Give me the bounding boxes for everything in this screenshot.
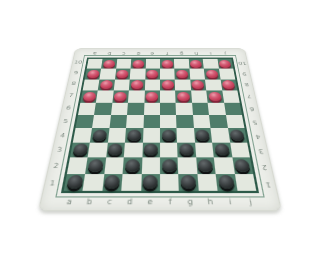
board-square[interactable]	[203, 59, 219, 69]
board-square[interactable]	[160, 79, 175, 90]
red-piece[interactable]	[131, 80, 144, 89]
board-square[interactable]	[177, 128, 195, 142]
black-piece[interactable]	[230, 130, 246, 141]
coordinate-label: 7	[68, 93, 73, 98]
coordinate-label: b	[107, 51, 111, 55]
black-piece[interactable]	[162, 130, 176, 141]
board-square[interactable]	[102, 173, 123, 190]
board-square[interactable]	[128, 90, 144, 102]
board-square[interactable]	[86, 157, 106, 173]
board-square[interactable]	[75, 115, 94, 128]
board-square[interactable]	[83, 79, 100, 90]
board-square[interactable]	[179, 173, 199, 190]
coordinate-label: i	[229, 198, 232, 206]
coordinate-label: 3	[56, 147, 62, 153]
board-square[interactable]	[178, 157, 197, 173]
board-square[interactable]	[100, 69, 116, 80]
board-square[interactable]	[143, 128, 160, 142]
coordinate-label: g	[187, 198, 193, 206]
coordinate-label: c	[122, 51, 126, 55]
board-square[interactable]	[192, 102, 209, 115]
black-piece[interactable]	[144, 144, 158, 156]
red-piece[interactable]	[132, 60, 144, 68]
board-square[interactable]	[106, 142, 125, 157]
red-piece[interactable]	[208, 92, 222, 101]
black-piece[interactable]	[196, 130, 211, 141]
board-square[interactable]	[116, 59, 131, 69]
board-square[interactable]	[211, 128, 230, 142]
board-square[interactable]	[145, 69, 160, 80]
board-square[interactable]	[160, 102, 176, 115]
coordinate-label: 6	[66, 106, 72, 111]
board-square[interactable]	[131, 59, 146, 69]
coordinate-label: 7	[246, 93, 251, 98]
coordinate-label: h	[194, 51, 198, 55]
board-square[interactable]	[193, 115, 211, 128]
board-square[interactable]	[115, 69, 131, 80]
coordinate-label: d	[127, 198, 133, 206]
board-square[interactable]	[112, 90, 129, 102]
red-piece[interactable]	[176, 70, 188, 78]
board-square[interactable]	[78, 102, 96, 115]
red-piece[interactable]	[192, 80, 205, 89]
board-square[interactable]	[111, 102, 128, 115]
red-piece[interactable]	[147, 70, 159, 78]
coordinate-label: 5	[63, 119, 69, 125]
board-square[interactable]	[92, 115, 110, 128]
board-square[interactable]	[228, 128, 248, 142]
vinyl-mat: abcdefghij abcdefghij 10987654321 109876…	[38, 48, 280, 211]
red-piece[interactable]	[114, 92, 127, 101]
board-square[interactable]	[98, 79, 115, 90]
board-square[interactable]	[226, 115, 245, 128]
board-square[interactable]	[80, 90, 98, 102]
red-piece[interactable]	[86, 70, 99, 78]
board-square[interactable]	[160, 59, 175, 69]
black-piece[interactable]	[143, 175, 158, 189]
board-square[interactable]	[177, 142, 196, 157]
board-square[interactable]	[176, 102, 193, 115]
coordinate-label: 6	[249, 106, 255, 111]
black-piece[interactable]	[234, 159, 251, 172]
board-square[interactable]	[141, 173, 160, 190]
board-square[interactable]	[219, 69, 236, 80]
board-square[interactable]	[160, 69, 175, 80]
board-square[interactable]	[129, 79, 145, 90]
board-square[interactable]	[88, 142, 108, 157]
coordinate-label: e	[147, 198, 152, 206]
board-square[interactable]	[174, 59, 189, 69]
red-piece[interactable]	[222, 80, 236, 89]
coordinate-label: 4	[254, 133, 260, 139]
draughts-board	[61, 57, 259, 193]
black-piece[interactable]	[198, 159, 214, 172]
coordinate-label: f	[169, 198, 172, 206]
board-square[interactable]	[160, 173, 179, 190]
red-piece[interactable]	[146, 92, 159, 101]
board-square[interactable]	[123, 157, 142, 173]
red-piece[interactable]	[190, 60, 202, 68]
board-square[interactable]	[196, 157, 216, 173]
black-piece[interactable]	[127, 130, 141, 141]
coordinate-label: g	[180, 51, 184, 55]
coordinate-label: 9	[73, 71, 78, 76]
red-piece[interactable]	[206, 70, 219, 78]
board-square[interactable]	[73, 128, 93, 142]
board-square[interactable]	[142, 142, 160, 157]
board-square[interactable]	[85, 69, 102, 80]
board-square[interactable]	[141, 157, 160, 173]
board-square[interactable]	[190, 79, 206, 90]
board-scene: abcdefghij abcdefghij 10987654321 109876…	[38, 48, 280, 211]
coordinate-label: a	[93, 51, 97, 55]
board-square[interactable]	[126, 115, 143, 128]
board-square[interactable]	[143, 115, 160, 128]
file-labels-top: abcdefghij	[87, 49, 232, 56]
board-square[interactable]	[197, 173, 218, 190]
black-piece[interactable]	[66, 175, 83, 189]
coordinate-label: 10	[74, 60, 83, 64]
board-square[interactable]	[108, 128, 126, 142]
board-square[interactable]	[175, 90, 191, 102]
coordinate-label: j	[224, 51, 226, 55]
board-square[interactable]	[160, 142, 178, 157]
board-square[interactable]	[232, 157, 253, 173]
coordinate-label: c	[107, 198, 112, 206]
coordinate-label: e	[151, 51, 155, 55]
coordinate-label: 9	[242, 71, 247, 76]
board-square[interactable]	[90, 128, 109, 142]
board-square[interactable]	[130, 69, 145, 80]
black-piece[interactable]	[162, 159, 177, 172]
board-square[interactable]	[145, 59, 160, 69]
board-square[interactable]	[230, 142, 250, 157]
coordinate-label: f	[166, 51, 168, 55]
coordinate-label: 2	[53, 163, 59, 170]
black-piece[interactable]	[218, 175, 235, 189]
board-square[interactable]	[109, 115, 127, 128]
board-square[interactable]	[175, 69, 190, 80]
board-square[interactable]	[189, 59, 204, 69]
board-square[interactable]	[87, 59, 103, 69]
coordinate-label: 8	[71, 82, 76, 87]
board-square[interactable]	[125, 128, 143, 142]
board-square[interactable]	[208, 102, 226, 115]
board-square[interactable]	[160, 157, 179, 173]
red-piece[interactable]	[116, 70, 129, 78]
board-square[interactable]	[209, 115, 227, 128]
black-piece[interactable]	[181, 175, 197, 189]
board-square[interactable]	[222, 90, 240, 102]
red-piece[interactable]	[219, 60, 232, 68]
coordinate-label: d	[136, 51, 140, 55]
board-square[interactable]	[224, 102, 242, 115]
red-piece[interactable]	[162, 80, 174, 89]
board-square[interactable]	[194, 128, 212, 142]
board-square[interactable]	[160, 90, 176, 102]
coordinate-label: h	[207, 198, 213, 206]
red-piece[interactable]	[82, 92, 96, 101]
black-piece[interactable]	[104, 175, 120, 189]
board-square[interactable]	[104, 157, 124, 173]
board-square[interactable]	[94, 102, 112, 115]
coordinate-label: 4	[60, 133, 66, 139]
red-piece[interactable]	[177, 92, 190, 101]
board-square[interactable]	[220, 79, 237, 90]
board-square[interactable]	[191, 90, 208, 102]
board-square[interactable]	[96, 90, 113, 102]
coordinate-label: a	[66, 198, 73, 206]
board-square[interactable]	[101, 59, 117, 69]
black-piece[interactable]	[214, 144, 230, 156]
file-labels-bottom: abcdefghij	[58, 195, 262, 209]
board-square[interactable]	[127, 102, 144, 115]
coordinate-label: 1	[264, 180, 271, 187]
board-square[interactable]	[205, 79, 222, 90]
board-square[interactable]	[160, 128, 177, 142]
red-piece[interactable]	[103, 60, 116, 68]
coordinate-label: b	[86, 198, 92, 206]
coordinate-label: 8	[244, 82, 249, 87]
coordinate-label: j	[249, 198, 253, 206]
coordinate-label: i	[209, 51, 211, 55]
board-square[interactable]	[206, 90, 223, 102]
black-piece[interactable]	[125, 159, 140, 172]
black-piece[interactable]	[179, 144, 194, 156]
coordinate-label: 1	[49, 180, 56, 187]
board-square[interactable]	[217, 59, 233, 69]
board-square[interactable]	[176, 115, 193, 128]
board-square[interactable]	[121, 173, 141, 190]
board-square[interactable]	[144, 102, 160, 115]
board-square[interactable]	[83, 173, 104, 190]
black-piece[interactable]	[108, 144, 123, 156]
board-square[interactable]	[195, 142, 214, 157]
black-piece[interactable]	[72, 144, 88, 156]
board-square[interactable]	[160, 115, 177, 128]
board-square[interactable]	[204, 69, 220, 80]
red-piece[interactable]	[100, 80, 113, 89]
board-square[interactable]	[144, 90, 160, 102]
board-square[interactable]	[234, 173, 256, 190]
coordinate-label: 3	[258, 147, 264, 153]
board-square[interactable]	[145, 79, 160, 90]
coordinate-label: 5	[252, 119, 258, 125]
coordinate-label: 10	[237, 60, 246, 64]
red-piece[interactable]	[161, 60, 173, 68]
coordinate-label: 2	[261, 163, 267, 170]
board-square[interactable]	[189, 69, 205, 80]
board-square[interactable]	[124, 142, 143, 157]
black-piece[interactable]	[92, 130, 107, 141]
board-square[interactable]	[114, 79, 130, 90]
board-square[interactable]	[175, 79, 191, 90]
black-piece[interactable]	[88, 159, 104, 172]
